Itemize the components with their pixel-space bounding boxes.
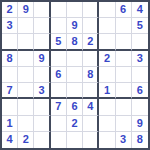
- cell-r9c7[interactable]: [99, 132, 115, 148]
- cell-r6c7[interactable]: 1: [99, 83, 115, 99]
- cell-r9c8[interactable]: 3: [116, 132, 132, 148]
- cell-r1c7[interactable]: [99, 2, 115, 18]
- cell-r5c8[interactable]: [116, 67, 132, 83]
- cell-r3c2[interactable]: [18, 34, 34, 50]
- cell-r1c2[interactable]: 9: [18, 2, 34, 18]
- cell-r7c6[interactable]: 4: [83, 99, 99, 115]
- cell-r1c3[interactable]: [34, 2, 50, 18]
- cell-r5c1[interactable]: [2, 67, 18, 83]
- cell-r4c8[interactable]: [116, 51, 132, 67]
- cell-r1c1[interactable]: 2: [2, 2, 18, 18]
- cell-r8c7[interactable]: [99, 116, 115, 132]
- cell-r9c6[interactable]: [83, 132, 99, 148]
- cell-r4c1[interactable]: 8: [2, 51, 18, 67]
- cell-r2c1[interactable]: 3: [2, 18, 18, 34]
- cell-r2c8[interactable]: [116, 18, 132, 34]
- cell-r4c6[interactable]: [83, 51, 99, 67]
- cell-r5c5[interactable]: [67, 67, 83, 83]
- cell-r3c9[interactable]: [132, 34, 148, 50]
- cell-r7c8[interactable]: [116, 99, 132, 115]
- cell-r8c1[interactable]: 1: [2, 116, 18, 132]
- cell-r6c8[interactable]: [116, 83, 132, 99]
- cell-r6c5[interactable]: [67, 83, 83, 99]
- cell-r8c8[interactable]: [116, 116, 132, 132]
- cell-r8c3[interactable]: [34, 116, 50, 132]
- cell-r9c1[interactable]: 4: [2, 132, 18, 148]
- cell-r8c6[interactable]: [83, 116, 99, 132]
- cell-r6c4[interactable]: [51, 83, 67, 99]
- cell-r1c5[interactable]: [67, 2, 83, 18]
- cell-r6c3[interactable]: 3: [34, 83, 50, 99]
- cell-r3c1[interactable]: [2, 34, 18, 50]
- cell-r5c3[interactable]: [34, 67, 50, 83]
- cell-r4c9[interactable]: 3: [132, 51, 148, 67]
- cell-r7c5[interactable]: 6: [67, 99, 83, 115]
- cell-r6c2[interactable]: [18, 83, 34, 99]
- cell-r5c7[interactable]: [99, 67, 115, 83]
- cell-r3c3[interactable]: [34, 34, 50, 50]
- cell-r4c3[interactable]: 9: [34, 51, 50, 67]
- cell-r4c5[interactable]: [67, 51, 83, 67]
- sudoku-board: 296439558289236873167641294238: [0, 0, 150, 150]
- cell-r1c8[interactable]: 6: [116, 2, 132, 18]
- cell-r3c6[interactable]: 2: [83, 34, 99, 50]
- cell-r8c2[interactable]: [18, 116, 34, 132]
- cell-r5c4[interactable]: 6: [51, 67, 67, 83]
- cell-r5c2[interactable]: [18, 67, 34, 83]
- cell-r9c5[interactable]: [67, 132, 83, 148]
- cell-r6c1[interactable]: 7: [2, 83, 18, 99]
- cell-r6c6[interactable]: [83, 83, 99, 99]
- cell-r4c7[interactable]: 2: [99, 51, 115, 67]
- cell-r1c4[interactable]: [51, 2, 67, 18]
- cell-r9c4[interactable]: [51, 132, 67, 148]
- cell-r2c3[interactable]: [34, 18, 50, 34]
- cell-r3c7[interactable]: [99, 34, 115, 50]
- cell-r4c2[interactable]: [18, 51, 34, 67]
- cell-r5c6[interactable]: 8: [83, 67, 99, 83]
- cell-r4c4[interactable]: [51, 51, 67, 67]
- cell-r7c7[interactable]: [99, 99, 115, 115]
- cell-r7c3[interactable]: [34, 99, 50, 115]
- cell-r3c4[interactable]: 5: [51, 34, 67, 50]
- cell-r8c9[interactable]: 9: [132, 116, 148, 132]
- cell-r7c2[interactable]: [18, 99, 34, 115]
- cell-r2c5[interactable]: 9: [67, 18, 83, 34]
- cell-r2c7[interactable]: [99, 18, 115, 34]
- cell-r1c6[interactable]: [83, 2, 99, 18]
- cell-r3c5[interactable]: 8: [67, 34, 83, 50]
- cell-r2c4[interactable]: [51, 18, 67, 34]
- cell-r7c9[interactable]: [132, 99, 148, 115]
- cell-r3c8[interactable]: [116, 34, 132, 50]
- cell-r2c2[interactable]: [18, 18, 34, 34]
- cell-r7c4[interactable]: 7: [51, 99, 67, 115]
- cell-r6c9[interactable]: 6: [132, 83, 148, 99]
- cell-r9c2[interactable]: 2: [18, 132, 34, 148]
- cell-r2c6[interactable]: [83, 18, 99, 34]
- cell-r1c9[interactable]: 4: [132, 2, 148, 18]
- cell-r8c5[interactable]: 2: [67, 116, 83, 132]
- cell-r2c9[interactable]: 5: [132, 18, 148, 34]
- cell-r7c1[interactable]: [2, 99, 18, 115]
- cell-r9c9[interactable]: 8: [132, 132, 148, 148]
- cell-r8c4[interactable]: [51, 116, 67, 132]
- cell-r9c3[interactable]: [34, 132, 50, 148]
- cell-r5c9[interactable]: [132, 67, 148, 83]
